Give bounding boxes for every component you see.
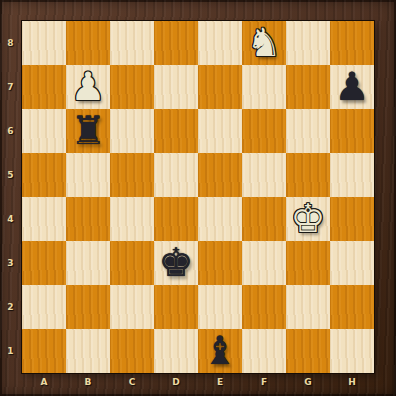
white-king-g4[interactable]: ♚ [291,199,326,238]
square-a6[interactable] [22,109,66,153]
square-f2[interactable] [242,285,286,329]
square-h2[interactable] [330,285,374,329]
square-b7[interactable]: ♟ [66,65,110,109]
chessboard-frame: ♞♟♟♜♚♚♝ 87654321 ABCDEFGH [0,0,396,396]
square-d8[interactable] [154,21,198,65]
square-g1[interactable] [286,329,330,373]
square-h1[interactable] [330,329,374,373]
square-h4[interactable] [330,197,374,241]
square-e3[interactable] [198,241,242,285]
square-e6[interactable] [198,109,242,153]
square-e5[interactable] [198,153,242,197]
square-d4[interactable] [154,197,198,241]
square-c8[interactable] [110,21,154,65]
file-label-f: F [242,372,286,392]
square-e4[interactable] [198,197,242,241]
file-label-d: D [154,372,198,392]
rank-label-8: 8 [0,21,21,65]
square-c4[interactable] [110,197,154,241]
black-pawn-h7[interactable]: ♟ [335,67,370,106]
square-f3[interactable] [242,241,286,285]
square-g4[interactable]: ♚ [286,197,330,241]
rank-label-5: 5 [0,153,21,197]
square-f6[interactable] [242,109,286,153]
file-label-a: A [22,372,66,392]
square-d1[interactable] [154,329,198,373]
rank-label-7: 7 [0,65,21,109]
square-h7[interactable]: ♟ [330,65,374,109]
square-g2[interactable] [286,285,330,329]
square-h5[interactable] [330,153,374,197]
square-f1[interactable] [242,329,286,373]
square-c7[interactable] [110,65,154,109]
square-d6[interactable] [154,109,198,153]
file-label-g: G [286,372,330,392]
white-knight-f8[interactable]: ♞ [247,23,282,62]
rank-label-6: 6 [0,109,21,153]
square-f7[interactable] [242,65,286,109]
black-rook-b6[interactable]: ♜ [71,111,106,150]
square-a4[interactable] [22,197,66,241]
rank-label-2: 2 [0,285,21,329]
square-c1[interactable] [110,329,154,373]
file-label-c: C [110,372,154,392]
square-g3[interactable] [286,241,330,285]
square-g6[interactable] [286,109,330,153]
black-king-d3[interactable]: ♚ [159,243,194,282]
rank-label-1: 1 [0,329,21,373]
file-label-h: H [330,372,374,392]
rank-label-4: 4 [0,197,21,241]
square-h6[interactable] [330,109,374,153]
square-a7[interactable] [22,65,66,109]
square-g7[interactable] [286,65,330,109]
square-g5[interactable] [286,153,330,197]
square-b5[interactable] [66,153,110,197]
square-f8[interactable]: ♞ [242,21,286,65]
file-label-e: E [198,372,242,392]
square-d2[interactable] [154,285,198,329]
square-a3[interactable] [22,241,66,285]
square-b4[interactable] [66,197,110,241]
square-b8[interactable] [66,21,110,65]
square-e1[interactable]: ♝ [198,329,242,373]
square-b2[interactable] [66,285,110,329]
square-c6[interactable] [110,109,154,153]
square-e7[interactable] [198,65,242,109]
square-f4[interactable] [242,197,286,241]
square-e8[interactable] [198,21,242,65]
square-b6[interactable]: ♜ [66,109,110,153]
square-c5[interactable] [110,153,154,197]
file-label-b: B [66,372,110,392]
square-b1[interactable] [66,329,110,373]
square-a2[interactable] [22,285,66,329]
square-a5[interactable] [22,153,66,197]
square-c3[interactable] [110,241,154,285]
square-g8[interactable] [286,21,330,65]
square-b3[interactable] [66,241,110,285]
square-h8[interactable] [330,21,374,65]
square-h3[interactable] [330,241,374,285]
rank-label-3: 3 [0,241,21,285]
square-a8[interactable] [22,21,66,65]
chessboard: ♞♟♟♜♚♚♝ [22,21,374,373]
black-bishop-e1[interactable]: ♝ [203,331,238,370]
square-d7[interactable] [154,65,198,109]
square-c2[interactable] [110,285,154,329]
square-f5[interactable] [242,153,286,197]
square-d3[interactable]: ♚ [154,241,198,285]
square-e2[interactable] [198,285,242,329]
square-a1[interactable] [22,329,66,373]
white-pawn-b7[interactable]: ♟ [71,67,106,106]
square-d5[interactable] [154,153,198,197]
